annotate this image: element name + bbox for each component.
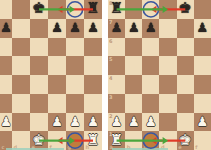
- square-d2: [12, 113, 30, 132]
- square-e2: [30, 113, 48, 132]
- black-pawn: ♟: [87, 21, 99, 34]
- rank-label: 6: [109, 39, 112, 44]
- square-e5: [177, 56, 194, 75]
- square-h8: ♜: [84, 0, 102, 19]
- white-pawn: ♟: [145, 115, 157, 128]
- left-board: ♚♜♟♟♟♟♟♟♟♟cde♚fgh♜: [0, 0, 102, 150]
- square-d3: [12, 94, 30, 113]
- square-a5: 5: [108, 56, 125, 75]
- square-e2: [177, 113, 194, 132]
- square-e1: e♚: [177, 131, 194, 150]
- square-a4: 4: [108, 75, 125, 94]
- file-label: h: [86, 145, 90, 150]
- square-c6: [142, 38, 159, 57]
- square-g3: [66, 94, 84, 113]
- square-g1: g: [66, 131, 84, 150]
- square-e7: [30, 19, 48, 38]
- square-d3: [159, 94, 176, 113]
- square-h2: ♟: [84, 113, 102, 132]
- square-f5: [194, 56, 211, 75]
- file-label: c: [2, 145, 5, 150]
- square-b8: [125, 0, 142, 19]
- black-pawn: ♟: [128, 21, 140, 34]
- black-king: ♚: [178, 1, 191, 16]
- square-d4: [159, 75, 176, 94]
- square-f8: [194, 0, 211, 19]
- square-e4: [30, 75, 48, 94]
- square-d4: [12, 75, 30, 94]
- square-g7: ♟: [66, 19, 84, 38]
- square-c7: ♟: [0, 19, 12, 38]
- square-f7: ♟: [194, 19, 211, 38]
- rank-label: 7: [109, 20, 112, 25]
- square-b7: ♟: [125, 19, 142, 38]
- square-e6: [177, 38, 194, 57]
- square-c6: [0, 38, 12, 57]
- castling-diagram: ♚♜♟♟♟♟♟♟♟♟cde♚fgh♜ 8♜♚7♟♟♟♟65432♟♟♟♟1a♜b…: [0, 0, 211, 150]
- square-g4: [66, 75, 84, 94]
- square-b6: [125, 38, 142, 57]
- square-e3: [177, 94, 194, 113]
- right-underline: [112, 148, 168, 150]
- square-d2: [159, 113, 176, 132]
- square-c5: [142, 56, 159, 75]
- white-pawn: ♟: [111, 115, 123, 128]
- square-d5: [12, 56, 30, 75]
- square-f2: ♟: [194, 113, 211, 132]
- square-c3: [0, 94, 12, 113]
- square-c2: ♟: [142, 113, 159, 132]
- black-rook: ♜: [86, 1, 99, 16]
- square-d7: [12, 19, 30, 38]
- square-f7: ♟: [48, 19, 66, 38]
- white-pawn: ♟: [197, 115, 209, 128]
- square-f2: ♟: [48, 113, 66, 132]
- square-f4: [48, 75, 66, 94]
- square-f6: [194, 38, 211, 57]
- square-c4: [0, 75, 12, 94]
- white-pawn: ♟: [69, 115, 81, 128]
- square-c2: ♟: [0, 113, 12, 132]
- square-c3: [142, 94, 159, 113]
- square-f3: [194, 94, 211, 113]
- square-c4: [142, 75, 159, 94]
- square-b5: [125, 56, 142, 75]
- left-underline: [6, 148, 64, 150]
- right-board: 8♜♚7♟♟♟♟65432♟♟♟♟1a♜bcde♚f: [108, 0, 211, 150]
- white-pawn: ♟: [51, 115, 63, 128]
- square-b4: [125, 75, 142, 94]
- square-a6: 6: [108, 38, 125, 57]
- square-e6: [30, 38, 48, 57]
- square-e4: [177, 75, 194, 94]
- rank-label: 4: [109, 76, 112, 81]
- square-c7: ♟: [142, 19, 159, 38]
- square-c8: [0, 0, 12, 19]
- file-label: f: [195, 145, 197, 150]
- rank-label: 8: [109, 1, 112, 6]
- square-h3: [84, 94, 102, 113]
- file-label: g: [68, 145, 72, 150]
- square-g8: [66, 0, 84, 19]
- square-e3: [30, 94, 48, 113]
- rank-label: 3: [109, 95, 112, 100]
- square-f6: [48, 38, 66, 57]
- square-a8: 8♜: [108, 0, 125, 19]
- square-e5: [30, 56, 48, 75]
- square-f8: [48, 0, 66, 19]
- rank-label: 5: [109, 57, 112, 62]
- square-a3: 3: [108, 94, 125, 113]
- square-h4: [84, 75, 102, 94]
- square-f1: f: [194, 131, 211, 150]
- square-c5: [0, 56, 12, 75]
- square-d6: [159, 38, 176, 57]
- square-e8: ♚: [30, 0, 48, 19]
- black-pawn: ♟: [145, 21, 157, 34]
- square-e7: [177, 19, 194, 38]
- rank-label: 2: [109, 114, 112, 119]
- square-a2: 2♟: [108, 113, 125, 132]
- square-d6: [12, 38, 30, 57]
- square-d8: [159, 0, 176, 19]
- black-pawn: ♟: [51, 21, 63, 34]
- white-pawn: ♟: [0, 115, 12, 128]
- square-d5: [159, 56, 176, 75]
- square-b3: [125, 94, 142, 113]
- square-d7: [159, 19, 176, 38]
- black-pawn: ♟: [111, 21, 123, 34]
- square-g6: [66, 38, 84, 57]
- square-e8: ♚: [177, 0, 194, 19]
- white-pawn: ♟: [87, 115, 99, 128]
- black-pawn: ♟: [197, 21, 209, 34]
- square-b2: ♟: [125, 113, 142, 132]
- black-pawn: ♟: [0, 21, 12, 34]
- square-g5: [66, 56, 84, 75]
- black-king: ♚: [32, 1, 45, 16]
- square-g2: ♟: [66, 113, 84, 132]
- white-pawn: ♟: [128, 115, 140, 128]
- rank-label: 1: [109, 132, 112, 137]
- square-h7: ♟: [84, 19, 102, 38]
- file-label: e: [178, 145, 181, 150]
- square-a7: 7♟: [108, 19, 125, 38]
- square-f5: [48, 56, 66, 75]
- square-d8: [12, 0, 30, 19]
- square-f3: [48, 94, 66, 113]
- square-h6: [84, 38, 102, 57]
- square-f4: [194, 75, 211, 94]
- square-h5: [84, 56, 102, 75]
- square-h1: h♜: [84, 131, 102, 150]
- square-c8: [142, 0, 159, 19]
- black-pawn: ♟: [69, 21, 81, 34]
